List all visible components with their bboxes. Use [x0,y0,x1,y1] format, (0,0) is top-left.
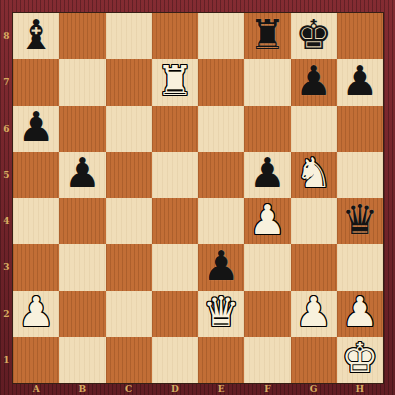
square-h2[interactable]: ♟ [337,291,383,337]
piece-white-knight: ♞ [295,153,332,194]
piece-black-rook: ♜ [249,15,286,56]
piece-black-pawn: ♟ [18,107,55,148]
piece-white-pawn: ♟ [18,292,55,333]
square-e4[interactable] [198,198,244,244]
piece-white-pawn: ♟ [341,292,378,333]
square-c5[interactable] [106,152,152,198]
square-d6[interactable] [152,106,198,152]
square-d2[interactable] [152,291,198,337]
chess-board: ♝♜♚♜♟♟♟♟♟♞♟♛♟♟♛♟♟♚ [13,13,383,383]
file-label-c: C [106,383,152,395]
square-c8[interactable] [106,13,152,59]
square-d3[interactable] [152,244,198,290]
square-c7[interactable] [106,59,152,105]
square-f1[interactable] [244,337,290,383]
piece-black-pawn: ♟ [203,246,240,287]
rank-label-8: 8 [0,13,13,59]
square-f7[interactable] [244,59,290,105]
square-a3[interactable] [13,244,59,290]
file-label-g: G [291,383,337,395]
square-g2[interactable]: ♟ [291,291,337,337]
piece-black-pawn: ♟ [64,153,101,194]
square-a5[interactable] [13,152,59,198]
square-g3[interactable] [291,244,337,290]
square-g4[interactable] [291,198,337,244]
piece-black-bishop: ♝ [18,15,55,56]
square-f3[interactable] [244,244,290,290]
square-h8[interactable] [337,13,383,59]
rank-label-5: 5 [0,152,13,198]
piece-white-rook: ♜ [156,61,193,102]
square-d5[interactable] [152,152,198,198]
square-f6[interactable] [244,106,290,152]
square-b5[interactable]: ♟ [59,152,105,198]
file-label-a: A [13,383,59,395]
square-a6[interactable]: ♟ [13,106,59,152]
square-a7[interactable] [13,59,59,105]
file-label-e: E [198,383,244,395]
file-label-f: F [244,383,290,395]
piece-black-queen: ♛ [341,200,378,241]
file-label-h: H [337,383,383,395]
square-d4[interactable] [152,198,198,244]
rank-label-3: 3 [0,244,13,290]
rank-label-1: 1 [0,337,13,383]
square-d7[interactable]: ♜ [152,59,198,105]
square-f2[interactable] [244,291,290,337]
rank-label-2: 2 [0,291,13,337]
square-g7[interactable]: ♟ [291,59,337,105]
chess-board-frame: ♝♜♚♜♟♟♟♟♟♞♟♛♟♟♛♟♟♚ 87654321ABCDEFGH [0,0,395,395]
square-e6[interactable] [198,106,244,152]
piece-white-pawn: ♟ [249,200,286,241]
piece-black-pawn: ♟ [341,61,378,102]
square-c2[interactable] [106,291,152,337]
square-b3[interactable] [59,244,105,290]
square-b7[interactable] [59,59,105,105]
piece-black-king: ♚ [295,15,332,56]
rank-label-6: 6 [0,106,13,152]
square-b8[interactable] [59,13,105,59]
square-c1[interactable] [106,337,152,383]
square-e5[interactable] [198,152,244,198]
square-a2[interactable]: ♟ [13,291,59,337]
square-a1[interactable] [13,337,59,383]
square-e8[interactable] [198,13,244,59]
square-h5[interactable] [337,152,383,198]
square-e3[interactable]: ♟ [198,244,244,290]
square-h4[interactable]: ♛ [337,198,383,244]
square-h6[interactable] [337,106,383,152]
rank-label-7: 7 [0,59,13,105]
square-c6[interactable] [106,106,152,152]
square-h3[interactable] [337,244,383,290]
square-a4[interactable] [13,198,59,244]
square-b1[interactable] [59,337,105,383]
square-c3[interactable] [106,244,152,290]
piece-white-king: ♚ [341,338,378,379]
square-g1[interactable] [291,337,337,383]
square-e7[interactable] [198,59,244,105]
square-g5[interactable]: ♞ [291,152,337,198]
square-g8[interactable]: ♚ [291,13,337,59]
square-e2[interactable]: ♛ [198,291,244,337]
square-g6[interactable] [291,106,337,152]
square-b2[interactable] [59,291,105,337]
square-b4[interactable] [59,198,105,244]
square-f8[interactable]: ♜ [244,13,290,59]
piece-white-pawn: ♟ [295,292,332,333]
square-d1[interactable] [152,337,198,383]
file-label-d: D [152,383,198,395]
rank-label-4: 4 [0,198,13,244]
piece-white-queen: ♛ [203,292,240,333]
square-h1[interactable]: ♚ [337,337,383,383]
square-c4[interactable] [106,198,152,244]
square-a8[interactable]: ♝ [13,13,59,59]
piece-black-pawn: ♟ [249,153,286,194]
square-d8[interactable] [152,13,198,59]
square-b6[interactable] [59,106,105,152]
file-label-b: B [59,383,105,395]
square-f4[interactable]: ♟ [244,198,290,244]
square-e1[interactable] [198,337,244,383]
piece-black-pawn: ♟ [295,61,332,102]
square-h7[interactable]: ♟ [337,59,383,105]
square-f5[interactable]: ♟ [244,152,290,198]
